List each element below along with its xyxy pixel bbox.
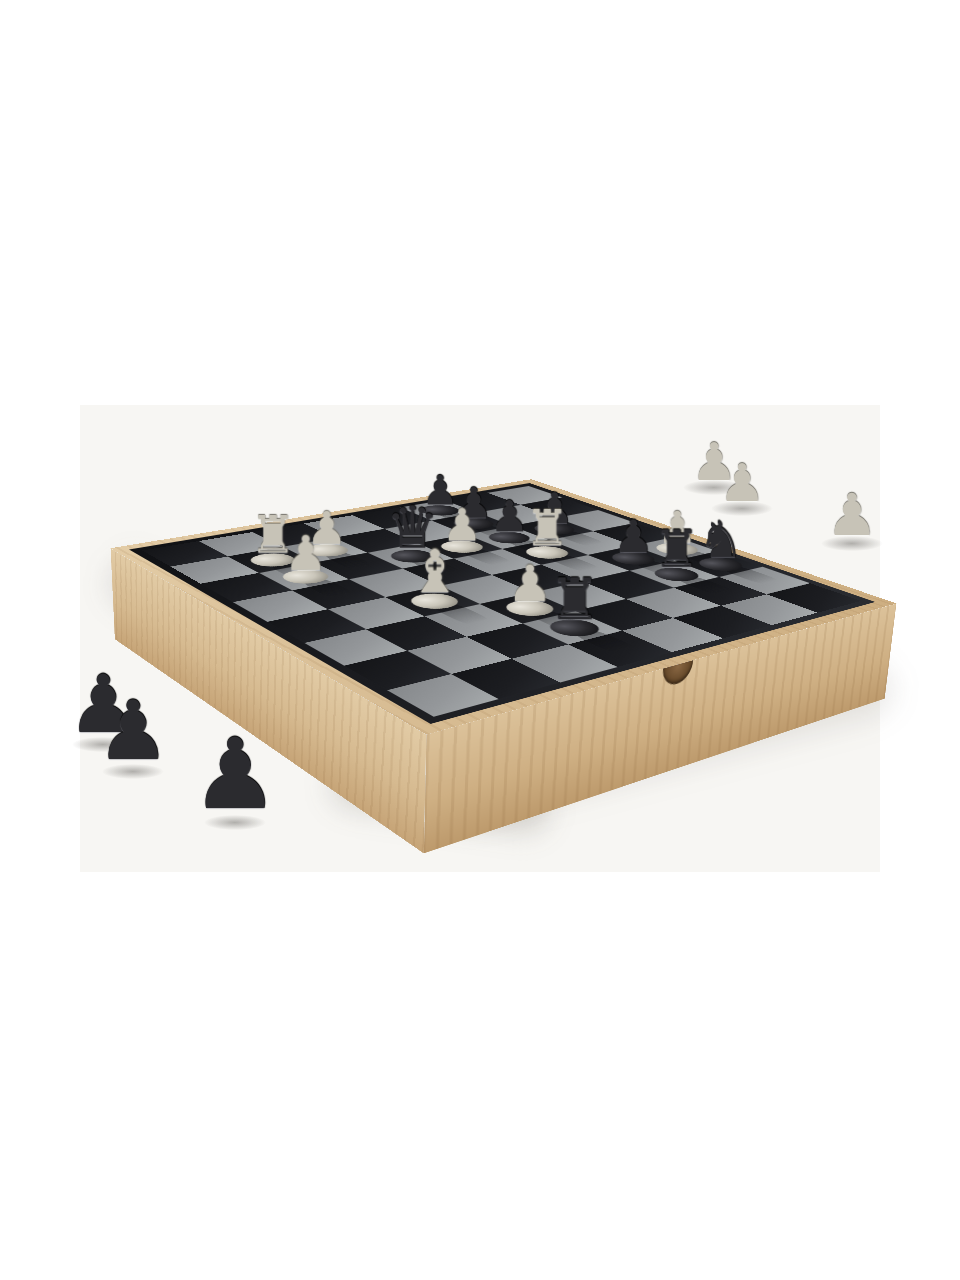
chess-box: ♟♜♟♟♟♛♟♟♟♜♝♟♟♟♜♞♜	[110, 479, 896, 734]
finger-notch	[662, 660, 694, 688]
square-c4: ♝	[386, 586, 480, 616]
product-photo: ♟♜♟♟♟♛♟♟♟♜♝♟♟♟♜♞♜ ♟♟♟♟♟♟	[80, 405, 880, 872]
chess-scene: ♟♜♟♟♟♛♟♟♟♜♝♟♟♟♜♞♜	[80, 405, 880, 872]
rook-icon: ♜	[537, 571, 612, 628]
pawn-icon: ♟	[271, 529, 340, 577]
rook-icon: ♜	[643, 523, 710, 574]
rook-icon: ♜	[515, 503, 580, 552]
bishop-icon: ♝	[399, 542, 471, 601]
